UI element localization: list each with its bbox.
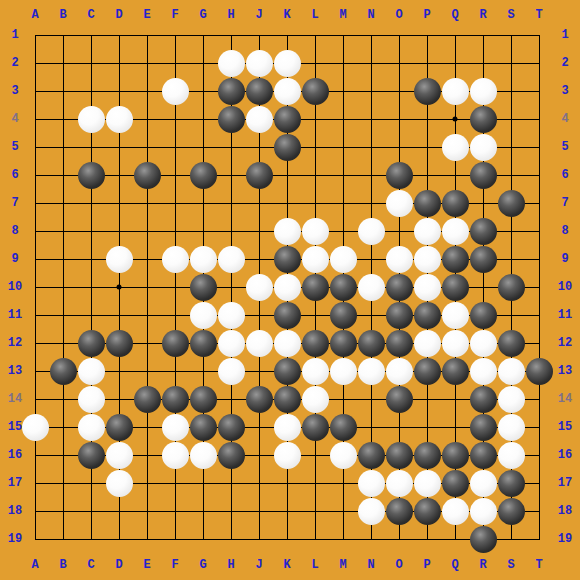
intersection-G4[interactable] (189, 105, 217, 133)
intersection-S7[interactable] (497, 189, 525, 217)
intersection-Q8[interactable] (441, 217, 469, 245)
intersection-L8[interactable] (301, 217, 329, 245)
intersection-L13[interactable] (301, 357, 329, 385)
intersection-E8[interactable] (133, 217, 161, 245)
intersection-F7[interactable] (161, 189, 189, 217)
intersection-D1[interactable] (105, 21, 133, 49)
intersection-B1[interactable] (49, 21, 77, 49)
intersection-N2[interactable] (357, 49, 385, 77)
intersection-F16[interactable] (161, 441, 189, 469)
intersection-J5[interactable] (245, 133, 273, 161)
intersection-E17[interactable] (133, 469, 161, 497)
intersection-F3[interactable] (161, 77, 189, 105)
intersection-A11[interactable] (21, 301, 49, 329)
intersection-D14[interactable] (105, 385, 133, 413)
intersection-M8[interactable] (329, 217, 357, 245)
intersection-A1[interactable] (21, 21, 49, 49)
intersection-S10[interactable] (497, 273, 525, 301)
intersection-A5[interactable] (21, 133, 49, 161)
intersection-F8[interactable] (161, 217, 189, 245)
intersection-M17[interactable] (329, 469, 357, 497)
intersection-R5[interactable] (469, 133, 497, 161)
intersection-M1[interactable] (329, 21, 357, 49)
intersection-H3[interactable] (217, 77, 245, 105)
intersection-T6[interactable] (525, 161, 553, 189)
intersection-Q14[interactable] (441, 385, 469, 413)
intersection-O5[interactable] (385, 133, 413, 161)
intersection-T12[interactable] (525, 329, 553, 357)
intersection-N14[interactable] (357, 385, 385, 413)
intersection-F2[interactable] (161, 49, 189, 77)
intersection-A15[interactable] (21, 413, 49, 441)
intersection-J14[interactable] (245, 385, 273, 413)
intersection-N15[interactable] (357, 413, 385, 441)
intersection-J12[interactable] (245, 329, 273, 357)
intersection-R9[interactable] (469, 245, 497, 273)
intersection-G16[interactable] (189, 441, 217, 469)
intersection-O6[interactable] (385, 161, 413, 189)
intersection-G15[interactable] (189, 413, 217, 441)
intersection-N6[interactable] (357, 161, 385, 189)
intersection-E19[interactable] (133, 525, 161, 553)
intersection-E13[interactable] (133, 357, 161, 385)
intersection-H10[interactable] (217, 273, 245, 301)
intersection-E7[interactable] (133, 189, 161, 217)
intersection-D5[interactable] (105, 133, 133, 161)
intersection-N7[interactable] (357, 189, 385, 217)
intersection-K14[interactable] (273, 385, 301, 413)
intersection-E5[interactable] (133, 133, 161, 161)
intersection-P10[interactable] (413, 273, 441, 301)
intersection-M19[interactable] (329, 525, 357, 553)
intersection-T16[interactable] (525, 441, 553, 469)
intersection-T4[interactable] (525, 105, 553, 133)
intersection-P6[interactable] (413, 161, 441, 189)
intersection-J4[interactable] (245, 105, 273, 133)
intersection-Q1[interactable] (441, 21, 469, 49)
intersection-D9[interactable] (105, 245, 133, 273)
intersection-C17[interactable] (77, 469, 105, 497)
intersection-D13[interactable] (105, 357, 133, 385)
intersection-S4[interactable] (497, 105, 525, 133)
intersection-O1[interactable] (385, 21, 413, 49)
intersection-N9[interactable] (357, 245, 385, 273)
intersection-D7[interactable] (105, 189, 133, 217)
intersection-R3[interactable] (469, 77, 497, 105)
intersection-K1[interactable] (273, 21, 301, 49)
intersection-K3[interactable] (273, 77, 301, 105)
intersection-S3[interactable] (497, 77, 525, 105)
intersection-S17[interactable] (497, 469, 525, 497)
intersection-C7[interactable] (77, 189, 105, 217)
intersection-A3[interactable] (21, 77, 49, 105)
intersection-P19[interactable] (413, 525, 441, 553)
intersection-R11[interactable] (469, 301, 497, 329)
intersection-T8[interactable] (525, 217, 553, 245)
intersection-K8[interactable] (273, 217, 301, 245)
intersection-N12[interactable] (357, 329, 385, 357)
intersection-O8[interactable] (385, 217, 413, 245)
intersection-R4[interactable] (469, 105, 497, 133)
intersection-J13[interactable] (245, 357, 273, 385)
intersection-S9[interactable] (497, 245, 525, 273)
intersection-C10[interactable] (77, 273, 105, 301)
intersection-F10[interactable] (161, 273, 189, 301)
intersection-M6[interactable] (329, 161, 357, 189)
intersection-O4[interactable] (385, 105, 413, 133)
intersection-C13[interactable] (77, 357, 105, 385)
intersection-D2[interactable] (105, 49, 133, 77)
intersection-J17[interactable] (245, 469, 273, 497)
intersection-S1[interactable] (497, 21, 525, 49)
intersection-J16[interactable] (245, 441, 273, 469)
intersection-F18[interactable] (161, 497, 189, 525)
intersection-C8[interactable] (77, 217, 105, 245)
intersection-Q12[interactable] (441, 329, 469, 357)
intersection-F13[interactable] (161, 357, 189, 385)
intersection-J18[interactable] (245, 497, 273, 525)
intersection-Q11[interactable] (441, 301, 469, 329)
intersection-K15[interactable] (273, 413, 301, 441)
intersection-N11[interactable] (357, 301, 385, 329)
intersection-A9[interactable] (21, 245, 49, 273)
intersection-Q19[interactable] (441, 525, 469, 553)
intersection-N17[interactable] (357, 469, 385, 497)
intersection-O7[interactable] (385, 189, 413, 217)
intersection-E2[interactable] (133, 49, 161, 77)
intersection-M13[interactable] (329, 357, 357, 385)
intersection-O11[interactable] (385, 301, 413, 329)
intersection-C9[interactable] (77, 245, 105, 273)
intersection-M16[interactable] (329, 441, 357, 469)
intersection-R15[interactable] (469, 413, 497, 441)
intersection-P13[interactable] (413, 357, 441, 385)
intersection-K17[interactable] (273, 469, 301, 497)
intersection-N18[interactable] (357, 497, 385, 525)
intersection-T10[interactable] (525, 273, 553, 301)
intersection-L17[interactable] (301, 469, 329, 497)
intersection-P1[interactable] (413, 21, 441, 49)
intersection-H1[interactable] (217, 21, 245, 49)
intersection-L5[interactable] (301, 133, 329, 161)
intersection-T9[interactable] (525, 245, 553, 273)
intersection-C6[interactable] (77, 161, 105, 189)
intersection-L1[interactable] (301, 21, 329, 49)
intersection-M5[interactable] (329, 133, 357, 161)
intersection-H18[interactable] (217, 497, 245, 525)
intersection-H19[interactable] (217, 525, 245, 553)
intersection-T5[interactable] (525, 133, 553, 161)
intersection-Q10[interactable] (441, 273, 469, 301)
intersection-O16[interactable] (385, 441, 413, 469)
intersection-Q16[interactable] (441, 441, 469, 469)
intersection-H15[interactable] (217, 413, 245, 441)
intersection-M3[interactable] (329, 77, 357, 105)
intersection-R2[interactable] (469, 49, 497, 77)
intersection-H4[interactable] (217, 105, 245, 133)
intersection-Q18[interactable] (441, 497, 469, 525)
intersection-P16[interactable] (413, 441, 441, 469)
intersection-H8[interactable] (217, 217, 245, 245)
intersection-J1[interactable] (245, 21, 273, 49)
intersection-C14[interactable] (77, 385, 105, 413)
intersection-G8[interactable] (189, 217, 217, 245)
intersection-Q6[interactable] (441, 161, 469, 189)
intersection-A7[interactable] (21, 189, 49, 217)
intersection-N16[interactable] (357, 441, 385, 469)
intersection-H11[interactable] (217, 301, 245, 329)
intersection-P15[interactable] (413, 413, 441, 441)
intersection-G1[interactable] (189, 21, 217, 49)
intersection-G2[interactable] (189, 49, 217, 77)
intersection-C18[interactable] (77, 497, 105, 525)
intersection-D11[interactable] (105, 301, 133, 329)
intersection-S2[interactable] (497, 49, 525, 77)
intersection-M15[interactable] (329, 413, 357, 441)
intersection-L10[interactable] (301, 273, 329, 301)
intersection-S5[interactable] (497, 133, 525, 161)
intersection-S14[interactable] (497, 385, 525, 413)
intersection-A17[interactable] (21, 469, 49, 497)
intersection-C11[interactable] (77, 301, 105, 329)
intersection-F11[interactable] (161, 301, 189, 329)
intersection-A14[interactable] (21, 385, 49, 413)
intersection-T1[interactable] (525, 21, 553, 49)
intersection-E16[interactable] (133, 441, 161, 469)
intersection-F6[interactable] (161, 161, 189, 189)
intersection-K13[interactable] (273, 357, 301, 385)
intersection-B9[interactable] (49, 245, 77, 273)
intersection-Q3[interactable] (441, 77, 469, 105)
intersection-D10[interactable] (105, 273, 133, 301)
intersection-P9[interactable] (413, 245, 441, 273)
intersection-O18[interactable] (385, 497, 413, 525)
intersection-E4[interactable] (133, 105, 161, 133)
intersection-J15[interactable] (245, 413, 273, 441)
intersection-R1[interactable] (469, 21, 497, 49)
intersection-A4[interactable] (21, 105, 49, 133)
intersection-E11[interactable] (133, 301, 161, 329)
intersection-Q17[interactable] (441, 469, 469, 497)
intersection-Q9[interactable] (441, 245, 469, 273)
intersection-J7[interactable] (245, 189, 273, 217)
intersection-K9[interactable] (273, 245, 301, 273)
intersection-F15[interactable] (161, 413, 189, 441)
intersection-M11[interactable] (329, 301, 357, 329)
intersection-H13[interactable] (217, 357, 245, 385)
intersection-E15[interactable] (133, 413, 161, 441)
intersection-D16[interactable] (105, 441, 133, 469)
intersection-T11[interactable] (525, 301, 553, 329)
intersection-O13[interactable] (385, 357, 413, 385)
intersection-Q15[interactable] (441, 413, 469, 441)
intersection-O2[interactable] (385, 49, 413, 77)
intersection-B13[interactable] (49, 357, 77, 385)
intersection-Q2[interactable] (441, 49, 469, 77)
intersection-A2[interactable] (21, 49, 49, 77)
intersection-B15[interactable] (49, 413, 77, 441)
intersection-Q13[interactable] (441, 357, 469, 385)
intersection-D17[interactable] (105, 469, 133, 497)
intersection-F19[interactable] (161, 525, 189, 553)
intersection-P4[interactable] (413, 105, 441, 133)
intersection-F17[interactable] (161, 469, 189, 497)
intersection-K10[interactable] (273, 273, 301, 301)
intersection-T7[interactable] (525, 189, 553, 217)
intersection-E18[interactable] (133, 497, 161, 525)
intersection-D18[interactable] (105, 497, 133, 525)
intersection-G10[interactable] (189, 273, 217, 301)
intersection-K16[interactable] (273, 441, 301, 469)
intersection-E3[interactable] (133, 77, 161, 105)
intersection-H6[interactable] (217, 161, 245, 189)
intersection-T19[interactable] (525, 525, 553, 553)
intersection-A12[interactable] (21, 329, 49, 357)
intersection-T17[interactable] (525, 469, 553, 497)
intersection-K11[interactable] (273, 301, 301, 329)
intersection-B6[interactable] (49, 161, 77, 189)
intersection-J11[interactable] (245, 301, 273, 329)
intersection-H16[interactable] (217, 441, 245, 469)
intersection-M2[interactable] (329, 49, 357, 77)
intersection-K12[interactable] (273, 329, 301, 357)
intersection-P8[interactable] (413, 217, 441, 245)
intersection-P11[interactable] (413, 301, 441, 329)
intersection-J2[interactable] (245, 49, 273, 77)
intersection-M10[interactable] (329, 273, 357, 301)
intersection-B17[interactable] (49, 469, 77, 497)
intersection-E10[interactable] (133, 273, 161, 301)
intersection-E6[interactable] (133, 161, 161, 189)
intersection-T18[interactable] (525, 497, 553, 525)
intersection-B14[interactable] (49, 385, 77, 413)
intersection-P18[interactable] (413, 497, 441, 525)
intersection-N19[interactable] (357, 525, 385, 553)
intersection-S16[interactable] (497, 441, 525, 469)
intersection-C5[interactable] (77, 133, 105, 161)
intersection-H5[interactable] (217, 133, 245, 161)
intersection-O14[interactable] (385, 385, 413, 413)
intersection-R10[interactable] (469, 273, 497, 301)
intersection-A13[interactable] (21, 357, 49, 385)
intersection-L16[interactable] (301, 441, 329, 469)
intersection-G6[interactable] (189, 161, 217, 189)
intersection-G11[interactable] (189, 301, 217, 329)
intersection-N8[interactable] (357, 217, 385, 245)
intersection-L12[interactable] (301, 329, 329, 357)
intersection-J3[interactable] (245, 77, 273, 105)
intersection-G3[interactable] (189, 77, 217, 105)
intersection-O9[interactable] (385, 245, 413, 273)
intersection-C15[interactable] (77, 413, 105, 441)
intersection-L4[interactable] (301, 105, 329, 133)
intersection-C19[interactable] (77, 525, 105, 553)
intersection-B5[interactable] (49, 133, 77, 161)
intersection-A16[interactable] (21, 441, 49, 469)
intersection-B19[interactable] (49, 525, 77, 553)
intersection-O10[interactable] (385, 273, 413, 301)
intersection-C3[interactable] (77, 77, 105, 105)
intersection-P14[interactable] (413, 385, 441, 413)
intersection-D8[interactable] (105, 217, 133, 245)
intersection-F5[interactable] (161, 133, 189, 161)
intersection-D19[interactable] (105, 525, 133, 553)
intersection-K6[interactable] (273, 161, 301, 189)
intersection-G12[interactable] (189, 329, 217, 357)
intersection-S6[interactable] (497, 161, 525, 189)
intersection-F9[interactable] (161, 245, 189, 273)
intersection-L6[interactable] (301, 161, 329, 189)
intersection-O17[interactable] (385, 469, 413, 497)
intersection-F4[interactable] (161, 105, 189, 133)
intersection-D3[interactable] (105, 77, 133, 105)
intersection-D15[interactable] (105, 413, 133, 441)
intersection-M14[interactable] (329, 385, 357, 413)
intersection-K18[interactable] (273, 497, 301, 525)
intersection-L19[interactable] (301, 525, 329, 553)
intersection-B8[interactable] (49, 217, 77, 245)
intersection-R18[interactable] (469, 497, 497, 525)
intersection-G13[interactable] (189, 357, 217, 385)
intersection-P17[interactable] (413, 469, 441, 497)
intersection-B11[interactable] (49, 301, 77, 329)
intersection-J8[interactable] (245, 217, 273, 245)
intersection-D4[interactable] (105, 105, 133, 133)
intersection-P3[interactable] (413, 77, 441, 105)
intersection-L7[interactable] (301, 189, 329, 217)
intersection-S15[interactable] (497, 413, 525, 441)
intersection-O3[interactable] (385, 77, 413, 105)
intersection-R19[interactable] (469, 525, 497, 553)
intersection-P5[interactable] (413, 133, 441, 161)
intersection-S13[interactable] (497, 357, 525, 385)
intersection-A6[interactable] (21, 161, 49, 189)
intersection-R16[interactable] (469, 441, 497, 469)
intersection-S8[interactable] (497, 217, 525, 245)
intersection-G9[interactable] (189, 245, 217, 273)
intersection-G7[interactable] (189, 189, 217, 217)
intersection-L2[interactable] (301, 49, 329, 77)
intersection-J6[interactable] (245, 161, 273, 189)
intersection-H7[interactable] (217, 189, 245, 217)
intersection-R13[interactable] (469, 357, 497, 385)
intersection-R14[interactable] (469, 385, 497, 413)
intersection-A8[interactable] (21, 217, 49, 245)
intersection-M9[interactable] (329, 245, 357, 273)
intersection-Q5[interactable] (441, 133, 469, 161)
intersection-S12[interactable] (497, 329, 525, 357)
intersection-B10[interactable] (49, 273, 77, 301)
intersection-G14[interactable] (189, 385, 217, 413)
intersection-N10[interactable] (357, 273, 385, 301)
intersection-D12[interactable] (105, 329, 133, 357)
intersection-K4[interactable] (273, 105, 301, 133)
intersection-K5[interactable] (273, 133, 301, 161)
intersection-R8[interactable] (469, 217, 497, 245)
intersection-H9[interactable] (217, 245, 245, 273)
intersection-A19[interactable] (21, 525, 49, 553)
intersection-G5[interactable] (189, 133, 217, 161)
intersection-H14[interactable] (217, 385, 245, 413)
intersection-P12[interactable] (413, 329, 441, 357)
intersection-N13[interactable] (357, 357, 385, 385)
intersection-L18[interactable] (301, 497, 329, 525)
intersection-K7[interactable] (273, 189, 301, 217)
intersection-L9[interactable] (301, 245, 329, 273)
intersection-B7[interactable] (49, 189, 77, 217)
intersection-P7[interactable] (413, 189, 441, 217)
intersection-G19[interactable] (189, 525, 217, 553)
